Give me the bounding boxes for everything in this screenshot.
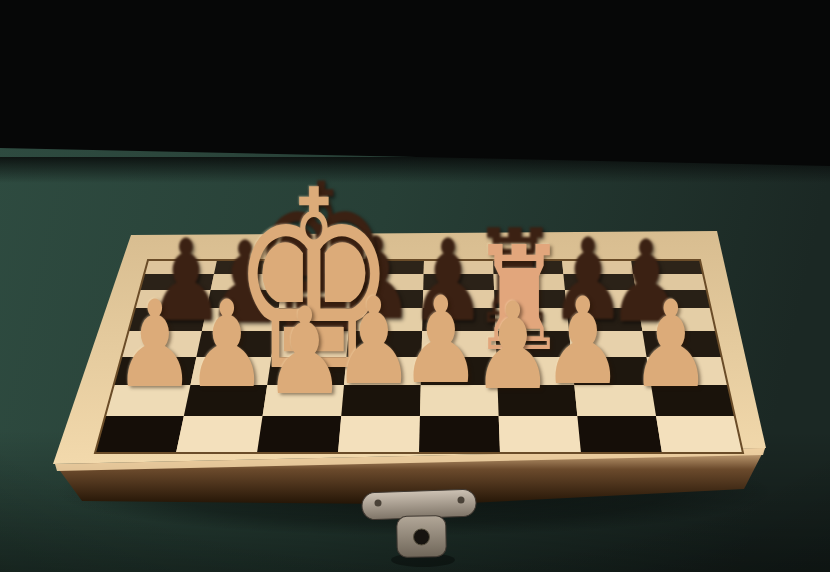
- light-pawn-h3[interactable]: ♟: [630, 285, 712, 405]
- background-feather: [0, 157, 830, 183]
- light-pawn-f3[interactable]: ♟: [472, 287, 554, 407]
- light-pawn-b3[interactable]: ♟: [186, 285, 268, 405]
- square-a1[interactable]: [95, 416, 184, 453]
- square-g1[interactable]: [577, 416, 662, 453]
- chess-photo-scene: ♟♟♟♟♜♟♟♚♜♚♟♟♟♟♟♟♟♟: [0, 0, 830, 572]
- light-pawn-g3[interactable]: ♟: [542, 282, 624, 402]
- light-pawn-c3[interactable]: ♟: [264, 292, 346, 412]
- latch-rivet: [375, 500, 382, 507]
- background-dark-band: [0, 0, 830, 166]
- latch-hole: [414, 529, 430, 545]
- light-pawn-a3[interactable]: ♟: [114, 285, 196, 405]
- latch-rivet: [458, 497, 465, 504]
- square-f1[interactable]: [499, 416, 581, 453]
- square-h1[interactable]: [656, 416, 743, 453]
- square-e1[interactable]: [419, 416, 500, 453]
